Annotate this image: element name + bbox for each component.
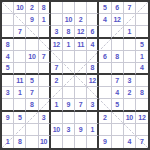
cell-r8c3-given[interactable]: 7 — [26, 87, 38, 99]
cell-r1c9-given[interactable]: 5 — [99, 2, 111, 14]
cell-r6c5-given[interactable]: 7 — [51, 63, 63, 75]
cell-r1c3-given[interactable]: 2 — [26, 2, 38, 14]
cell-r10c4-given[interactable]: 3 — [39, 112, 51, 124]
cell-r4c6-given[interactable]: 1 — [63, 39, 75, 51]
cell-r4c9-empty[interactable] — [99, 39, 111, 51]
cell-r12c7-empty[interactable] — [75, 136, 87, 148]
cell-r9c9-empty[interactable] — [99, 99, 111, 111]
cell-r3c7-given[interactable]: 12 — [75, 26, 87, 38]
cell-r12c1-given[interactable]: 1 — [2, 136, 14, 148]
cell-r1c5-empty[interactable] — [51, 2, 63, 14]
cell-r5c7-empty[interactable] — [75, 51, 87, 63]
cell-r4c8-given[interactable]: 4 — [87, 39, 99, 51]
cell-r11c4-empty[interactable] — [39, 124, 51, 136]
cell-r11c1-empty[interactable] — [2, 124, 14, 136]
cell-r11c12-empty[interactable] — [136, 124, 148, 136]
cell-r5c8-empty[interactable] — [87, 51, 99, 63]
cell-r7c4-empty[interactable] — [39, 75, 51, 87]
cell-r3c11-given[interactable]: 1 — [124, 26, 136, 38]
cell-r12c11-given[interactable]: 4 — [124, 136, 136, 148]
cell-r7c10-given[interactable]: 7 — [112, 75, 124, 87]
cell-r7c2-given[interactable]: 11 — [14, 75, 26, 87]
cell-r12c2-given[interactable]: 8 — [14, 136, 26, 148]
cell-r5c1-given[interactable]: 4 — [2, 51, 14, 63]
cell-r7c7-empty[interactable] — [75, 75, 87, 87]
cell-r9c5-given[interactable]: 1 — [51, 99, 63, 111]
cell-r2c8-empty[interactable] — [87, 14, 99, 26]
cell-r5c12-given[interactable]: 1 — [136, 51, 148, 63]
cell-r8c8-empty[interactable] — [87, 87, 99, 99]
cell-r9c12-empty[interactable] — [136, 99, 148, 111]
cell-r1c11-given[interactable]: 7 — [124, 2, 136, 14]
cell-r12c8-empty[interactable] — [87, 136, 99, 148]
cell-r8c4-empty[interactable] — [39, 87, 51, 99]
cell-r9c4-empty[interactable] — [39, 99, 51, 111]
cell-r9c11-empty[interactable] — [124, 99, 136, 111]
cell-r3c1-empty[interactable] — [2, 26, 14, 38]
cell-r8c9-empty[interactable] — [99, 87, 111, 99]
cell-r1c8-empty[interactable] — [87, 2, 99, 14]
cell-r10c11-given[interactable]: 10 — [124, 112, 136, 124]
cell-r9c10-given[interactable]: 5 — [112, 99, 124, 111]
cell-r11c5-given[interactable]: 10 — [51, 124, 63, 136]
cell-r6c2-empty[interactable] — [14, 63, 26, 75]
cell-r8c5-empty[interactable] — [51, 87, 63, 99]
cell-r10c5-empty[interactable] — [51, 112, 63, 124]
cell-r4c1-given[interactable]: 8 — [2, 39, 14, 51]
cell-r3c8-given[interactable]: 6 — [87, 26, 99, 38]
cell-r2c1-empty[interactable] — [2, 14, 14, 26]
cell-r7c1-empty[interactable] — [2, 75, 14, 87]
cell-r10c7-empty[interactable] — [75, 112, 87, 124]
cell-r3c2-given[interactable]: 7 — [14, 26, 26, 38]
cell-r11c2-empty[interactable] — [14, 124, 26, 136]
cell-r1c12-empty[interactable] — [136, 2, 148, 14]
cell-r2c4-given[interactable]: 1 — [39, 14, 51, 26]
cell-r6c1-given[interactable]: 5 — [2, 63, 14, 75]
cell-r9c6-given[interactable]: 9 — [63, 99, 75, 111]
cell-r6c6-empty[interactable] — [63, 63, 75, 75]
cell-r3c9-empty[interactable] — [99, 26, 111, 38]
cell-r8c12-given[interactable]: 8 — [136, 87, 148, 99]
cell-r11c6-given[interactable]: 3 — [63, 124, 75, 136]
cell-r7c5-given[interactable]: 2 — [51, 75, 63, 87]
cell-r8c2-given[interactable]: 1 — [14, 87, 26, 99]
cell-r2c2-empty[interactable] — [14, 14, 26, 26]
cell-r3c5-given[interactable]: 3 — [51, 26, 63, 38]
cell-r10c6-empty[interactable] — [63, 112, 75, 124]
cell-r4c2-empty[interactable] — [14, 39, 26, 51]
cell-r6c10-empty[interactable] — [112, 63, 124, 75]
cell-r3c6-given[interactable]: 8 — [63, 26, 75, 38]
cell-r2c6-given[interactable]: 10 — [63, 14, 75, 26]
cell-r12c10-empty[interactable] — [112, 136, 124, 148]
cell-r2c3-given[interactable]: 9 — [26, 14, 38, 26]
cell-r5c4-given[interactable]: 7 — [39, 51, 51, 63]
cell-r6c11-empty[interactable] — [124, 63, 136, 75]
cell-r6c3-empty[interactable] — [26, 63, 38, 75]
cell-r2c7-given[interactable]: 2 — [75, 14, 87, 26]
cell-r7c6-empty[interactable] — [63, 75, 75, 87]
cell-r1c10-given[interactable]: 6 — [112, 2, 124, 14]
cell-r7c9-empty[interactable] — [99, 75, 111, 87]
cell-r5c5-empty[interactable] — [51, 51, 63, 63]
cell-r12c4-given[interactable]: 10 — [39, 136, 51, 148]
cell-r4c10-empty[interactable] — [112, 39, 124, 51]
cell-r2c5-empty[interactable] — [51, 14, 63, 26]
cell-r12c5-empty[interactable] — [51, 136, 63, 148]
cell-r9c3-given[interactable]: 8 — [26, 99, 38, 111]
cell-r10c10-empty[interactable] — [112, 112, 124, 124]
cell-r7c11-given[interactable]: 3 — [124, 75, 136, 87]
cell-r1c6-empty[interactable] — [63, 2, 75, 14]
cell-r6c9-empty[interactable] — [99, 63, 111, 75]
cell-r8c7-empty[interactable] — [75, 87, 87, 99]
cell-r2c12-empty[interactable] — [136, 14, 148, 26]
cell-r7c8-given[interactable]: 12 — [87, 75, 99, 87]
cell-r2c9-given[interactable]: 4 — [99, 14, 111, 26]
cell-r4c4-empty[interactable] — [39, 39, 51, 51]
cell-r1c7-empty[interactable] — [75, 2, 87, 14]
cell-r5c11-empty[interactable] — [124, 51, 136, 63]
cell-r5c9-given[interactable]: 6 — [99, 51, 111, 63]
cell-r10c12-given[interactable]: 12 — [136, 112, 148, 124]
cell-r3c12-empty[interactable] — [136, 26, 148, 38]
cell-r11c10-empty[interactable] — [112, 124, 124, 136]
cell-r7c12-empty[interactable] — [136, 75, 148, 87]
cell-r3c3-empty[interactable] — [26, 26, 38, 38]
cell-r10c2-given[interactable]: 5 — [14, 112, 26, 124]
cell-r6c7-empty[interactable] — [75, 63, 87, 75]
cell-r10c1-given[interactable]: 9 — [2, 112, 14, 124]
cell-r9c8-given[interactable]: 3 — [87, 99, 99, 111]
cell-r4c7-given[interactable]: 11 — [75, 39, 87, 51]
cell-r5c10-given[interactable]: 8 — [112, 51, 124, 63]
cell-r7c3-given[interactable]: 5 — [26, 75, 38, 87]
cell-r9c2-empty[interactable] — [14, 99, 26, 111]
cell-r11c9-empty[interactable] — [99, 124, 111, 136]
cell-r8c1-given[interactable]: 3 — [2, 87, 14, 99]
cell-r11c7-given[interactable]: 9 — [75, 124, 87, 136]
cell-r8c10-given[interactable]: 4 — [112, 87, 124, 99]
cell-r8c6-empty[interactable] — [63, 87, 75, 99]
cell-r4c3-empty[interactable] — [26, 39, 38, 51]
cell-r9c7-given[interactable]: 7 — [75, 99, 87, 111]
cell-r10c9-given[interactable]: 2 — [99, 112, 111, 124]
cell-r1c4-given[interactable]: 8 — [39, 2, 51, 14]
cell-r12c3-empty[interactable] — [26, 136, 38, 148]
cell-r6c8-given[interactable]: 8 — [87, 63, 99, 75]
cell-r4c11-empty[interactable] — [124, 39, 136, 51]
cell-r6c12-given[interactable]: 4 — [136, 63, 148, 75]
cell-r2c11-empty[interactable] — [124, 14, 136, 26]
cell-r4c5-given[interactable]: 12 — [51, 39, 63, 51]
sudoku-board: 1028567911024127381261812111454107681578… — [0, 0, 150, 150]
cell-r3c4-empty[interactable] — [39, 26, 51, 38]
cell-r12c9-given[interactable]: 9 — [99, 136, 111, 148]
cell-r10c3-empty[interactable] — [26, 112, 38, 124]
cell-r11c3-empty[interactable] — [26, 124, 38, 136]
cell-r1c2-given[interactable]: 10 — [14, 2, 26, 14]
cell-r11c11-empty[interactable] — [124, 124, 136, 136]
cell-r5c2-empty[interactable] — [14, 51, 26, 63]
cell-r6c4-empty[interactable] — [39, 63, 51, 75]
cell-r5c3-given[interactable]: 10 — [26, 51, 38, 63]
cell-r1c1-empty[interactable] — [2, 2, 14, 14]
cell-r9c1-empty[interactable] — [2, 99, 14, 111]
cell-r12c12-given[interactable]: 7 — [136, 136, 148, 148]
cell-r12c6-empty[interactable] — [63, 136, 75, 148]
cell-r5c6-empty[interactable] — [63, 51, 75, 63]
cell-r3c10-empty[interactable] — [112, 26, 124, 38]
cell-r8c11-given[interactable]: 2 — [124, 87, 136, 99]
cell-r10c8-empty[interactable] — [87, 112, 99, 124]
cell-r2c10-given[interactable]: 12 — [112, 14, 124, 26]
cell-r4c12-given[interactable]: 5 — [136, 39, 148, 51]
cell-r11c8-given[interactable]: 1 — [87, 124, 99, 136]
